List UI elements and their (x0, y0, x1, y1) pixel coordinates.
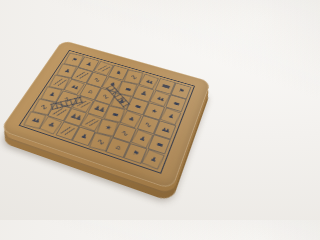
board-cell-flag: ⚑ (123, 143, 147, 164)
board-cell-snake: ∿ (89, 132, 112, 151)
board-cell-ladder: ╱╱ (55, 121, 79, 140)
board-cell-ladder: ╱╱ (80, 113, 103, 131)
board-cell-figures: ♟♟ (63, 108, 87, 127)
board-cell-tree: ♣ (120, 110, 143, 128)
board-cell-figure: ♟ (141, 149, 165, 170)
board-cell-snake: ∿ (113, 123, 137, 143)
photo-scene: ⚑♟╱╱♞∿♟♟▪▪⚑♟╱╱∿♣▪▪♟♟♟▪▪╱╱♟♟⌂∿♟▪▪★♟♟∿╱╱♟♟… (0, 0, 220, 220)
board-cell-figures: ♟♟ (23, 111, 47, 129)
board-cell-snake: ∿ (136, 115, 159, 134)
board-cell-figures: ♟♟ (153, 120, 176, 139)
board-cell-figure: ♟ (130, 129, 153, 148)
board-cell-house: ⌂ (105, 137, 129, 158)
board-cell-star: ★ (96, 118, 119, 136)
board-cell-block: ▪▪ (104, 105, 126, 123)
board-cell-figure: ♟ (160, 107, 182, 125)
board-cell-ladder: ╱╱ (47, 103, 71, 121)
board-cell-snake: ∿ (32, 98, 55, 115)
board-cell-tree: ♣ (39, 116, 63, 135)
board-cell-block: ▪▪ (147, 134, 171, 154)
cardboard-box: ⚑♟╱╱♞∿♟♟▪▪⚑♟╱╱∿♣▪▪♟♟♟▪▪╱╱♟♟⌂∿♟▪▪★♟♟∿╱╱♟♟… (0, 40, 211, 190)
board-cell-figure: ♟ (71, 126, 95, 146)
